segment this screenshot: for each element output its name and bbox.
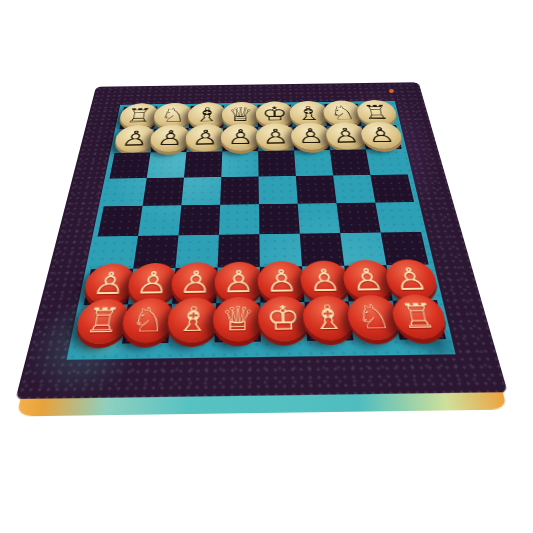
square-f5[interactable] bbox=[296, 175, 337, 203]
black-pawn-c7[interactable]: ♙ bbox=[184, 124, 225, 152]
square-h1[interactable]: ♖ bbox=[393, 300, 446, 340]
square-d7[interactable]: ♙ bbox=[222, 127, 258, 151]
photo-background: ♖♘♗♕♔♗♘♖♙♙♙♙♙♙♙♙♙♙♙♙♙♙♙♙♖♘♗♕♔♗♘♖ bbox=[0, 0, 533, 533]
square-e1[interactable]: ♔ bbox=[260, 302, 307, 342]
piece-glyph: ♙ bbox=[307, 264, 343, 297]
square-g6[interactable] bbox=[330, 149, 370, 175]
white-queen-d1[interactable]: ♕ bbox=[212, 297, 264, 343]
square-f6[interactable] bbox=[294, 150, 333, 176]
square-c4[interactable] bbox=[179, 205, 221, 236]
square-g1[interactable]: ♘ bbox=[349, 301, 400, 341]
white-king-e1[interactable]: ♔ bbox=[257, 296, 310, 342]
piece-glyph: ♙ bbox=[297, 125, 326, 147]
square-h4[interactable] bbox=[375, 202, 421, 232]
square-d5[interactable] bbox=[220, 177, 259, 205]
piece-glyph: ♔ bbox=[262, 104, 289, 125]
piece-glyph: ♙ bbox=[222, 266, 255, 299]
piece-glyph: ♗ bbox=[174, 302, 211, 338]
square-b4[interactable] bbox=[138, 205, 181, 236]
square-a1[interactable]: ♖ bbox=[76, 304, 128, 344]
piece-glyph: ♙ bbox=[134, 267, 171, 300]
square-c6[interactable] bbox=[184, 151, 222, 177]
piece-glyph: ♕ bbox=[228, 104, 254, 125]
piece-glyph: ♙ bbox=[265, 265, 299, 298]
square-a5[interactable] bbox=[104, 178, 147, 206]
square-b5[interactable] bbox=[143, 178, 184, 206]
black-pawn-e7[interactable]: ♙ bbox=[256, 123, 297, 151]
white-knight-b1[interactable]: ♘ bbox=[119, 298, 175, 344]
square-e7[interactable]: ♙ bbox=[258, 127, 294, 151]
piece-glyph: ♙ bbox=[90, 267, 128, 300]
square-h5[interactable] bbox=[370, 174, 414, 202]
square-c5[interactable] bbox=[181, 177, 221, 205]
white-bishop-c1[interactable]: ♗ bbox=[165, 297, 219, 343]
piece-glyph: ♙ bbox=[262, 126, 290, 148]
square-c7[interactable]: ♙ bbox=[186, 128, 223, 152]
piece-glyph: ♕ bbox=[220, 301, 255, 337]
square-c1[interactable]: ♗ bbox=[168, 303, 216, 343]
piece-glyph: ♘ bbox=[159, 105, 187, 126]
piece-glyph: ♙ bbox=[349, 264, 387, 297]
piece-glyph: ♙ bbox=[391, 263, 430, 296]
piece-glyph: ♗ bbox=[295, 103, 323, 124]
piece-glyph: ♙ bbox=[120, 128, 151, 150]
square-g5[interactable] bbox=[333, 175, 375, 203]
square-h7[interactable]: ♙ bbox=[362, 125, 402, 149]
square-h6[interactable] bbox=[366, 149, 408, 175]
square-d6[interactable] bbox=[221, 151, 258, 177]
piece-glyph: ♔ bbox=[266, 301, 302, 337]
square-e6[interactable] bbox=[258, 150, 296, 176]
piece-glyph: ♙ bbox=[178, 266, 213, 299]
chess-board: ♖♘♗♕♔♗♘♖♙♙♙♙♙♙♙♙♙♙♙♙♙♙♙♙♖♘♗♕♔♗♘♖ bbox=[15, 82, 508, 400]
piece-glyph: ♙ bbox=[155, 127, 184, 149]
piece-glyph: ♗ bbox=[310, 300, 348, 336]
black-pawn-b7[interactable]: ♙ bbox=[148, 124, 191, 152]
piece-glyph: ♖ bbox=[362, 102, 392, 123]
square-d4[interactable] bbox=[219, 204, 259, 235]
square-g7[interactable]: ♙ bbox=[327, 126, 366, 150]
piece-glyph: ♙ bbox=[191, 127, 219, 149]
square-f7[interactable]: ♙ bbox=[292, 126, 330, 150]
square-b6[interactable] bbox=[147, 152, 187, 178]
square-e5[interactable] bbox=[259, 176, 298, 204]
board-grid: ♖♘♗♕♔♗♘♖♙♙♙♙♙♙♙♙♙♙♙♙♙♙♙♙♖♘♗♕♔♗♘♖ bbox=[76, 103, 446, 344]
piece-glyph: ♘ bbox=[328, 103, 357, 124]
square-b1[interactable]: ♘ bbox=[122, 304, 172, 344]
piece-glyph: ♙ bbox=[227, 126, 254, 148]
square-a6[interactable] bbox=[109, 152, 150, 178]
piece-glyph: ♖ bbox=[82, 303, 123, 339]
square-a4[interactable] bbox=[98, 206, 143, 237]
piece-glyph: ♖ bbox=[124, 106, 153, 127]
black-pawn-d7[interactable]: ♙ bbox=[220, 124, 260, 152]
square-f4[interactable] bbox=[298, 203, 340, 234]
square-g4[interactable] bbox=[337, 203, 381, 234]
piece-glyph: ♘ bbox=[128, 302, 167, 338]
square-b7[interactable]: ♙ bbox=[151, 128, 189, 152]
piece-glyph: ♘ bbox=[354, 299, 394, 335]
square-a7[interactable]: ♙ bbox=[115, 129, 154, 153]
piece-glyph: ♖ bbox=[398, 299, 440, 335]
paint-fleck bbox=[389, 89, 394, 93]
piece-glyph: ♗ bbox=[193, 105, 220, 126]
square-f1[interactable]: ♗ bbox=[304, 301, 353, 341]
piece-glyph: ♙ bbox=[366, 124, 397, 146]
square-e4[interactable] bbox=[259, 204, 300, 235]
square-d1[interactable]: ♕ bbox=[215, 303, 261, 343]
piece-glyph: ♙ bbox=[331, 125, 361, 147]
